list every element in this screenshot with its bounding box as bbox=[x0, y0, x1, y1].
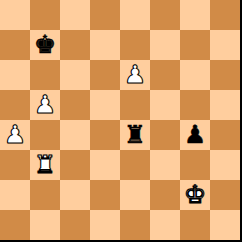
square-d1[interactable] bbox=[90, 210, 120, 240]
square-f8[interactable] bbox=[150, 0, 180, 30]
square-c7[interactable] bbox=[60, 30, 90, 60]
square-h7[interactable] bbox=[210, 30, 240, 60]
square-b8[interactable] bbox=[30, 0, 60, 30]
square-g3[interactable] bbox=[180, 150, 210, 180]
square-d7[interactable] bbox=[90, 30, 120, 60]
square-a3[interactable] bbox=[0, 150, 30, 180]
square-d6[interactable] bbox=[90, 60, 120, 90]
square-d4[interactable] bbox=[90, 120, 120, 150]
square-a5[interactable] bbox=[0, 90, 30, 120]
square-c2[interactable] bbox=[60, 180, 90, 210]
square-h5[interactable] bbox=[210, 90, 240, 120]
square-b3[interactable]: ♜ bbox=[30, 150, 60, 180]
square-c3[interactable] bbox=[60, 150, 90, 180]
square-f1[interactable] bbox=[150, 210, 180, 240]
piece-white-pawn[interactable]: ♟ bbox=[0, 120, 30, 150]
square-c6[interactable] bbox=[60, 60, 90, 90]
square-b4[interactable] bbox=[30, 120, 60, 150]
chess-board: ♚♟♟♟♜♟♜♚ bbox=[0, 0, 240, 240]
square-h1[interactable] bbox=[210, 210, 240, 240]
square-c1[interactable] bbox=[60, 210, 90, 240]
square-b6[interactable] bbox=[30, 60, 60, 90]
square-e7[interactable] bbox=[120, 30, 150, 60]
square-h8[interactable] bbox=[210, 0, 240, 30]
piece-white-pawn[interactable]: ♟ bbox=[30, 90, 60, 120]
square-e3[interactable] bbox=[120, 150, 150, 180]
piece-black-rook[interactable]: ♜ bbox=[120, 120, 150, 150]
square-a4[interactable]: ♟ bbox=[0, 120, 30, 150]
square-c4[interactable] bbox=[60, 120, 90, 150]
piece-black-pawn[interactable]: ♟ bbox=[180, 120, 210, 150]
square-e5[interactable] bbox=[120, 90, 150, 120]
square-h6[interactable] bbox=[210, 60, 240, 90]
square-e6[interactable]: ♟ bbox=[120, 60, 150, 90]
square-f7[interactable] bbox=[150, 30, 180, 60]
square-a1[interactable] bbox=[0, 210, 30, 240]
square-e8[interactable] bbox=[120, 0, 150, 30]
square-g5[interactable] bbox=[180, 90, 210, 120]
piece-white-pawn[interactable]: ♟ bbox=[120, 60, 150, 90]
square-b2[interactable] bbox=[30, 180, 60, 210]
square-b5[interactable]: ♟ bbox=[30, 90, 60, 120]
board-frame: ♚♟♟♟♜♟♜♚ bbox=[0, 0, 242, 242]
square-e1[interactable] bbox=[120, 210, 150, 240]
square-g1[interactable] bbox=[180, 210, 210, 240]
square-d5[interactable] bbox=[90, 90, 120, 120]
square-h2[interactable] bbox=[210, 180, 240, 210]
square-a7[interactable] bbox=[0, 30, 30, 60]
piece-black-king[interactable]: ♚ bbox=[30, 30, 60, 60]
square-b1[interactable] bbox=[30, 210, 60, 240]
square-a8[interactable] bbox=[0, 0, 30, 30]
square-g2[interactable]: ♚ bbox=[180, 180, 210, 210]
square-g8[interactable] bbox=[180, 0, 210, 30]
square-f4[interactable] bbox=[150, 120, 180, 150]
square-a6[interactable] bbox=[0, 60, 30, 90]
piece-white-king[interactable]: ♚ bbox=[180, 180, 210, 210]
square-f2[interactable] bbox=[150, 180, 180, 210]
square-h3[interactable] bbox=[210, 150, 240, 180]
square-d3[interactable] bbox=[90, 150, 120, 180]
piece-white-rook[interactable]: ♜ bbox=[30, 150, 60, 180]
square-f3[interactable] bbox=[150, 150, 180, 180]
square-f6[interactable] bbox=[150, 60, 180, 90]
square-g6[interactable] bbox=[180, 60, 210, 90]
square-c8[interactable] bbox=[60, 0, 90, 30]
square-f5[interactable] bbox=[150, 90, 180, 120]
square-g4[interactable]: ♟ bbox=[180, 120, 210, 150]
square-e2[interactable] bbox=[120, 180, 150, 210]
square-e4[interactable]: ♜ bbox=[120, 120, 150, 150]
square-a2[interactable] bbox=[0, 180, 30, 210]
square-h4[interactable] bbox=[210, 120, 240, 150]
square-d2[interactable] bbox=[90, 180, 120, 210]
square-d8[interactable] bbox=[90, 0, 120, 30]
square-b7[interactable]: ♚ bbox=[30, 30, 60, 60]
square-c5[interactable] bbox=[60, 90, 90, 120]
square-g7[interactable] bbox=[180, 30, 210, 60]
